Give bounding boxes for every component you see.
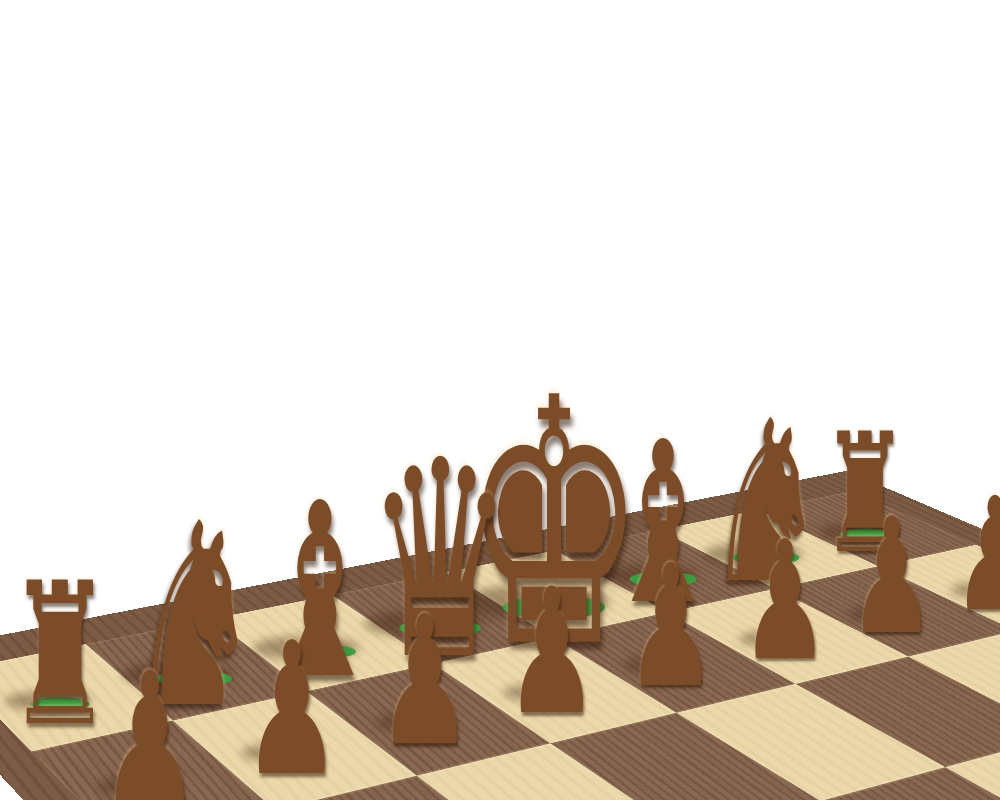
board-grid [0, 491, 1000, 800]
product-photo: ♜♞♝♛♚♝♞♜♟♟♟♟♟♟♟♟ [0, 0, 1000, 800]
chessboard [0, 471, 1000, 800]
